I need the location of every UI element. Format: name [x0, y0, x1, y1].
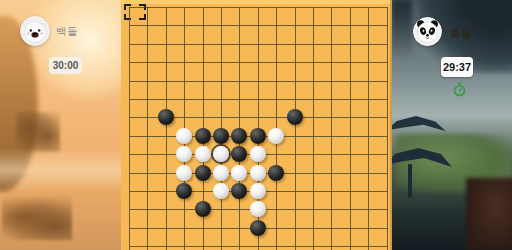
stone-white — [250, 201, 266, 217]
stone-white — [176, 128, 192, 144]
mist-band — [0, 148, 121, 192]
stone-black — [268, 165, 284, 181]
stone-white — [250, 165, 266, 181]
white-player-avatar[interactable] — [20, 16, 50, 46]
stone-black — [213, 128, 229, 144]
dark-rock-edge — [392, 0, 412, 60]
grid-line — [313, 7, 314, 250]
black-player-avatar[interactable] — [413, 17, 442, 46]
stone-black — [195, 201, 211, 217]
sun-glow — [30, 0, 121, 100]
stone-white — [195, 146, 211, 162]
board-grid[interactable] — [121, 0, 392, 250]
stone-black — [231, 183, 247, 199]
grid-line — [350, 7, 351, 250]
stone-white — [213, 183, 229, 199]
stone-white — [231, 165, 247, 181]
pagoda-post — [408, 164, 412, 198]
game-screen: 백돌 30:00 흑돌 29:37 — [0, 0, 512, 250]
pagoda-roof — [392, 116, 446, 133]
stone-white — [268, 128, 284, 144]
grid-line — [129, 246, 388, 247]
stone-white — [176, 146, 192, 162]
stone-black — [231, 146, 247, 162]
valley-trees — [2, 194, 72, 240]
stone-white — [176, 165, 192, 181]
turn-stopwatch-icon — [452, 82, 467, 97]
black-player-name: 흑돌 — [450, 27, 472, 41]
stone-black — [158, 109, 174, 125]
temple-structure — [466, 178, 512, 250]
board-top-edge — [121, 0, 390, 4]
stone-black — [250, 128, 266, 144]
stone-white — [250, 146, 266, 162]
grid-line — [387, 7, 388, 250]
cliff-trees — [16, 112, 60, 152]
stone-black — [250, 220, 266, 236]
stone-black — [176, 183, 192, 199]
stone-black — [231, 128, 247, 144]
stone-white — [250, 183, 266, 199]
stone-black — [195, 165, 211, 181]
stone-white-last-move — [213, 146, 229, 162]
white-player-timer: 30:00 — [49, 57, 82, 74]
white-player-name: 백돌 — [56, 25, 78, 39]
polar-bear-icon — [20, 16, 50, 46]
stone-white — [213, 165, 229, 181]
grid-line — [295, 7, 296, 250]
panda-icon — [413, 17, 442, 46]
stone-black — [287, 109, 303, 125]
black-player-timer: 29:37 — [441, 57, 473, 77]
stone-black — [195, 128, 211, 144]
grid-line — [331, 7, 332, 250]
corner-bracket-icon — [139, 14, 146, 20]
grid-line — [368, 7, 369, 250]
